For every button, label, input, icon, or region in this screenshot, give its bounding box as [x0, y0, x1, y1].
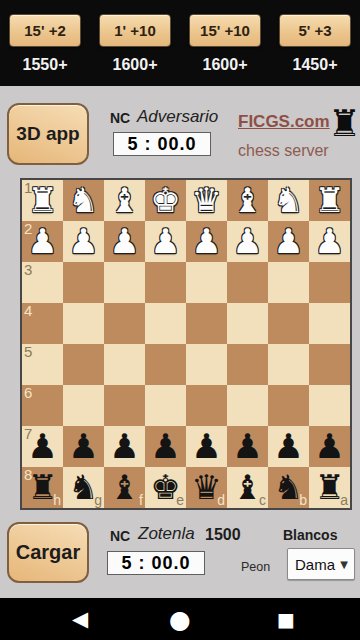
square-h8[interactable]: 8h♜: [22, 467, 63, 508]
square-a5[interactable]: [309, 344, 350, 385]
square-c6[interactable]: [227, 385, 268, 426]
square-b5[interactable]: [268, 344, 309, 385]
square-e1[interactable]: ♚: [145, 180, 186, 221]
black-rook-icon: ♜: [328, 105, 360, 142]
white-queen-icon: ♛: [186, 180, 227, 221]
square-e8[interactable]: e♚: [145, 467, 186, 508]
square-a4[interactable]: [309, 303, 350, 344]
file-label-g: g: [94, 493, 102, 508]
seek-button-1-10[interactable]: 1' +10: [99, 14, 171, 47]
square-h6[interactable]: 6: [22, 385, 63, 426]
seek-button-15-10[interactable]: 15' +10: [189, 14, 261, 47]
promotion-value: Dama: [288, 556, 340, 573]
square-h4[interactable]: 4: [22, 303, 63, 344]
seek-bar: 15' +2 1550+ 1' +10 1600+ 15' +10 1600+ …: [0, 0, 360, 86]
rank-label-8: 8: [24, 467, 32, 483]
square-c2[interactable]: ♟: [227, 221, 268, 262]
square-d1[interactable]: ♛: [186, 180, 227, 221]
square-c3[interactable]: [227, 262, 268, 303]
player-clock: 5 : 00.0: [107, 551, 205, 575]
square-g1[interactable]: ♞: [63, 180, 104, 221]
square-h7[interactable]: 7♟: [22, 426, 63, 467]
square-a7[interactable]: ♟: [309, 426, 350, 467]
recents-icon[interactable]: ■: [266, 598, 306, 640]
square-c5[interactable]: [227, 344, 268, 385]
square-d8[interactable]: d♛: [186, 467, 227, 508]
white-pawn-icon: ♟: [63, 221, 104, 262]
square-e2[interactable]: ♟: [145, 221, 186, 262]
white-knight-icon: ♞: [268, 180, 309, 221]
square-g6[interactable]: [63, 385, 104, 426]
site-subtitle: chess server: [238, 142, 329, 160]
file-label-d: d: [217, 493, 225, 508]
square-b1[interactable]: ♞: [268, 180, 309, 221]
square-g5[interactable]: [63, 344, 104, 385]
chess-board: 1♜♞♝♚♛♝♞♜2♟♟♟♟♟♟♟♟34567♟♟♟♟♟♟♟♟8h♜g♞f♝e♚…: [20, 178, 352, 510]
square-b8[interactable]: b♞: [268, 467, 309, 508]
square-c7[interactable]: ♟: [227, 426, 268, 467]
seek-rating-4: 1450+: [293, 56, 338, 74]
square-f2[interactable]: ♟: [104, 221, 145, 262]
file-label-a: a: [340, 493, 348, 508]
white-pawn-icon: ♟: [227, 221, 268, 262]
rank-label-2: 2: [24, 221, 32, 237]
opponent-tag: NC: [110, 110, 130, 126]
square-h3[interactable]: 3: [22, 262, 63, 303]
square-c4[interactable]: [227, 303, 268, 344]
white-pawn-icon: ♟: [309, 221, 350, 262]
square-e3[interactable]: [145, 262, 186, 303]
square-d7[interactable]: ♟: [186, 426, 227, 467]
square-a6[interactable]: [309, 385, 350, 426]
opponent-clock: 5 : 00.0: [113, 132, 211, 156]
square-g3[interactable]: [63, 262, 104, 303]
square-f5[interactable]: [104, 344, 145, 385]
square-g7[interactable]: ♟: [63, 426, 104, 467]
file-label-c: c: [259, 493, 266, 508]
white-bishop-icon: ♝: [227, 180, 268, 221]
white-pawn-icon: ♟: [186, 221, 227, 262]
square-h5[interactable]: 5: [22, 344, 63, 385]
white-king-icon: ♚: [145, 180, 186, 221]
load-button[interactable]: Cargar: [7, 522, 89, 583]
square-c8[interactable]: c♝: [227, 467, 268, 508]
seek-slot-1: 15' +2 1550+: [0, 0, 90, 86]
white-bishop-icon: ♝: [104, 180, 145, 221]
square-g4[interactable]: [63, 303, 104, 344]
white-knight-icon: ♞: [63, 180, 104, 221]
square-f3[interactable]: [104, 262, 145, 303]
player-tag: NC: [110, 528, 130, 544]
rank-label-3: 3: [24, 262, 32, 278]
square-e4[interactable]: [145, 303, 186, 344]
white-pawn-icon: ♟: [104, 221, 145, 262]
black-pawn-icon: ♟: [104, 426, 145, 467]
file-label-e: e: [176, 493, 184, 508]
square-d6[interactable]: [186, 385, 227, 426]
black-pawn-icon: ♟: [227, 426, 268, 467]
seek-rating-1: 1550+: [23, 56, 68, 74]
seek-rating-3: 1600+: [203, 56, 248, 74]
player-name: Zotenla: [138, 524, 195, 544]
square-d3[interactable]: [186, 262, 227, 303]
square-b3[interactable]: [268, 262, 309, 303]
square-f4[interactable]: [104, 303, 145, 344]
square-a1[interactable]: ♜: [309, 180, 350, 221]
square-b7[interactable]: ♟: [268, 426, 309, 467]
promotion-select[interactable]: Dama ▼: [287, 548, 355, 580]
ficgs-link[interactable]: FICGS.com: [238, 112, 330, 132]
file-label-h: h: [53, 493, 61, 508]
square-f7[interactable]: ♟: [104, 426, 145, 467]
rank-label-5: 5: [24, 344, 32, 360]
black-pawn-icon: ♟: [268, 426, 309, 467]
square-c1[interactable]: ♝: [227, 180, 268, 221]
square-a8[interactable]: a♜: [309, 467, 350, 508]
rank-label-7: 7: [24, 426, 32, 442]
square-e5[interactable]: [145, 344, 186, 385]
white-rook-icon: ♜: [309, 180, 350, 221]
app-screen: 15' +2 1550+ 1' +10 1600+ 15' +10 1600+ …: [0, 0, 360, 640]
seek-button-5-3[interactable]: 5' +3: [279, 14, 351, 47]
promotion-label: Peon: [241, 560, 270, 574]
white-pawn-icon: ♟: [145, 221, 186, 262]
square-h2[interactable]: 2♟: [22, 221, 63, 262]
square-e7[interactable]: ♟: [145, 426, 186, 467]
square-e6[interactable]: [145, 385, 186, 426]
square-b2[interactable]: ♟: [268, 221, 309, 262]
square-d2[interactable]: ♟: [186, 221, 227, 262]
square-b4[interactable]: [268, 303, 309, 344]
rank-label-1: 1: [24, 180, 32, 196]
android-nav-bar: ◀ ● ■: [0, 598, 360, 640]
back-icon[interactable]: ◀: [60, 598, 100, 640]
seek-slot-3: 15' +10 1600+: [180, 0, 270, 86]
black-pawn-icon: ♟: [145, 426, 186, 467]
square-f6[interactable]: [104, 385, 145, 426]
square-a2[interactable]: ♟: [309, 221, 350, 262]
square-d4[interactable]: [186, 303, 227, 344]
side-label: Blancos: [283, 527, 337, 543]
square-d5[interactable]: [186, 344, 227, 385]
black-pawn-icon: ♟: [186, 426, 227, 467]
seek-slot-2: 1' +10 1600+: [90, 0, 180, 86]
seek-slot-4: 5' +3 1450+: [270, 0, 360, 86]
3d-app-button[interactable]: 3D app: [7, 103, 89, 165]
rank-label-6: 6: [24, 385, 32, 401]
file-label-f: f: [139, 493, 143, 508]
rank-label-4: 4: [24, 303, 32, 319]
square-b6[interactable]: [268, 385, 309, 426]
seek-button-15-2[interactable]: 15' +2: [9, 14, 81, 47]
player-rating: 1500: [205, 526, 241, 544]
square-f1[interactable]: ♝: [104, 180, 145, 221]
black-pawn-icon: ♟: [63, 426, 104, 467]
white-pawn-icon: ♟: [268, 221, 309, 262]
square-f8[interactable]: f♝: [104, 467, 145, 508]
black-pawn-icon: ♟: [309, 426, 350, 467]
square-h1[interactable]: 1♜: [22, 180, 63, 221]
square-g2[interactable]: ♟: [63, 221, 104, 262]
square-g8[interactable]: g♞: [63, 467, 104, 508]
chevron-down-icon: ▼: [340, 559, 354, 570]
opponent-name: Adversario: [137, 107, 218, 127]
home-icon[interactable]: ●: [160, 598, 200, 640]
file-label-b: b: [299, 493, 307, 508]
square-a3[interactable]: [309, 262, 350, 303]
seek-rating-2: 1600+: [113, 56, 158, 74]
